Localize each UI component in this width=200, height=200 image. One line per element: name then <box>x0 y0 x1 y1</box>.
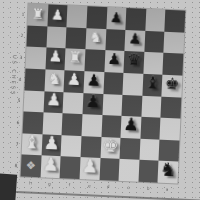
square-g1 <box>138 160 159 182</box>
rank-label-4: 4 <box>16 76 23 82</box>
file-label-a: a <box>163 186 172 191</box>
rank-label-3: 3 <box>17 54 24 60</box>
mat-fold-line <box>6 191 200 200</box>
square-f5 <box>123 73 144 95</box>
square-b8 <box>47 4 68 26</box>
square-e5 <box>103 72 124 94</box>
square-h2 <box>159 139 180 161</box>
square-a4 <box>24 90 45 112</box>
square-g5 <box>142 74 163 96</box>
square-h1 <box>158 161 179 183</box>
square-b3 <box>42 112 63 134</box>
rank-label-6: 6 <box>14 119 21 125</box>
square-a8 <box>27 4 48 26</box>
square-g4 <box>141 95 162 117</box>
rank-label-5: 5 <box>15 98 22 104</box>
square-h8 <box>165 10 186 32</box>
square-f8 <box>126 8 147 30</box>
square-d5 <box>83 71 104 93</box>
square-e4 <box>102 94 123 116</box>
square-d3 <box>81 114 102 136</box>
file-label-d: d <box>104 184 113 189</box>
square-c3 <box>62 113 83 135</box>
square-h7 <box>164 31 185 53</box>
square-a5 <box>25 68 46 90</box>
square-g2 <box>139 139 160 161</box>
square-e7 <box>105 29 126 51</box>
square-a6 <box>26 47 47 69</box>
square-b1 <box>40 156 61 178</box>
square-a2 <box>22 133 43 155</box>
square-e1 <box>99 158 120 180</box>
square-b4 <box>43 91 64 113</box>
rank-label-2: 2 <box>18 33 25 39</box>
square-e8 <box>106 7 127 29</box>
square-d2 <box>80 136 101 158</box>
square-c5 <box>64 70 85 92</box>
square-d6 <box>84 49 105 71</box>
square-c7 <box>66 27 87 49</box>
square-d7 <box>85 28 106 50</box>
file-label-f: f <box>65 182 74 187</box>
board-mat: US CHESS ♜♟♟♞♟♟♜♟♛♞♟♟♝♚♟♟♟♝♟♚♟♟♞❖ 123456… <box>21 4 186 184</box>
square-g8 <box>145 9 166 31</box>
square-a3 <box>23 112 44 134</box>
square-b6 <box>45 48 66 70</box>
table-edge-dark-corner <box>0 173 17 200</box>
square-a7 <box>27 25 48 47</box>
square-f6 <box>124 51 145 73</box>
square-b2 <box>41 134 62 156</box>
square-d1 <box>79 157 100 179</box>
file-label-h: h <box>26 180 35 185</box>
us-chess-brand-text: US CHESS <box>9 55 18 115</box>
file-label-e: e <box>85 183 94 188</box>
square-d8 <box>86 6 107 28</box>
square-e2 <box>100 137 121 159</box>
square-f2 <box>120 138 141 160</box>
square-e6 <box>104 50 125 72</box>
square-e3 <box>101 115 122 137</box>
square-c6 <box>65 49 86 71</box>
square-h6 <box>163 53 184 75</box>
square-h3 <box>160 118 181 140</box>
square-c2 <box>61 135 82 157</box>
square-b5 <box>44 69 65 91</box>
rank-label-1: 1 <box>19 11 26 17</box>
square-h4 <box>161 96 182 118</box>
square-g7 <box>144 31 165 53</box>
square-c1 <box>60 157 81 179</box>
square-c4 <box>63 92 84 114</box>
board-grid <box>21 4 186 184</box>
square-h5 <box>162 75 183 97</box>
file-label-b: b <box>143 185 152 190</box>
square-f3 <box>121 116 142 138</box>
file-label-g: g <box>45 181 54 186</box>
square-g6 <box>143 52 164 74</box>
chessboard-photo: US CHESS ♜♟♟♞♟♟♜♟♛♞♟♟♝♚♟♟♟♝♟♚♟♟♞❖ 123456… <box>0 0 200 200</box>
square-a1 <box>21 155 42 177</box>
square-f1 <box>119 159 140 181</box>
square-c8 <box>67 5 88 27</box>
square-b7 <box>46 26 67 48</box>
square-d4 <box>82 93 103 115</box>
file-label-c: c <box>124 185 133 190</box>
square-f7 <box>125 30 146 52</box>
square-f4 <box>122 94 143 116</box>
rank-label-7: 7 <box>13 141 20 147</box>
rank-label-8: 8 <box>12 162 19 168</box>
square-g3 <box>140 117 161 139</box>
